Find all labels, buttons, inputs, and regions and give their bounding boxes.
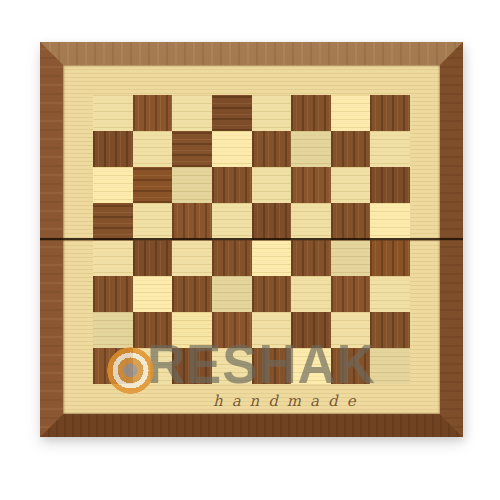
square-f5 xyxy=(291,203,331,239)
square-e3 xyxy=(252,276,292,312)
square-d5 xyxy=(212,203,252,239)
square-g5 xyxy=(331,203,371,239)
square-h3 xyxy=(370,276,410,312)
square-h1 xyxy=(370,348,410,384)
square-g6 xyxy=(331,167,371,203)
square-c6 xyxy=(172,167,212,203)
square-b5 xyxy=(133,203,173,239)
fold-seam xyxy=(40,238,463,242)
square-d6 xyxy=(212,167,252,203)
square-f4 xyxy=(291,240,331,276)
square-c3 xyxy=(172,276,212,312)
square-h2 xyxy=(370,312,410,348)
square-b4 xyxy=(133,240,173,276)
square-f3 xyxy=(291,276,331,312)
square-d3 xyxy=(212,276,252,312)
square-d7 xyxy=(212,131,252,167)
square-d8 xyxy=(212,95,252,131)
square-a3 xyxy=(93,276,133,312)
square-a6 xyxy=(93,167,133,203)
square-e5 xyxy=(252,203,292,239)
square-h7 xyxy=(370,131,410,167)
square-c8 xyxy=(172,95,212,131)
square-b7 xyxy=(133,131,173,167)
square-f6 xyxy=(291,167,331,203)
square-h4 xyxy=(370,240,410,276)
square-e6 xyxy=(252,167,292,203)
square-h6 xyxy=(370,167,410,203)
square-a5 xyxy=(93,203,133,239)
square-a4 xyxy=(93,240,133,276)
brand-subtitle: handmade xyxy=(213,392,365,410)
square-c5 xyxy=(172,203,212,239)
square-g4 xyxy=(331,240,371,276)
square-b8 xyxy=(133,95,173,131)
square-g8 xyxy=(331,95,371,131)
square-c4 xyxy=(172,240,212,276)
square-a7 xyxy=(93,131,133,167)
square-e8 xyxy=(252,95,292,131)
square-f7 xyxy=(291,131,331,167)
brand-logo-rings-icon xyxy=(107,347,154,394)
square-g3 xyxy=(331,276,371,312)
product-photo: RESHAK handmade xyxy=(0,0,500,500)
square-e7 xyxy=(252,131,292,167)
square-a8 xyxy=(93,95,133,131)
brand-name: RESHAK xyxy=(147,337,376,392)
square-h5 xyxy=(370,203,410,239)
square-e4 xyxy=(252,240,292,276)
square-h8 xyxy=(370,95,410,131)
square-b6 xyxy=(133,167,173,203)
square-d4 xyxy=(212,240,252,276)
square-g7 xyxy=(331,131,371,167)
square-a2 xyxy=(93,312,133,348)
square-f8 xyxy=(291,95,331,131)
square-c7 xyxy=(172,131,212,167)
square-b3 xyxy=(133,276,173,312)
